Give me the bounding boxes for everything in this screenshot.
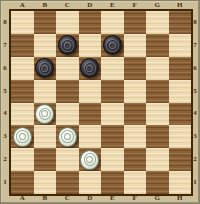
square-b2[interactable] [34,148,57,171]
square-a7[interactable] [11,34,34,57]
checkers-board: ABCDEFGH ABCDEFGH 87654321 87654321 [0,0,200,204]
square-h4[interactable] [169,103,192,126]
square-a8[interactable] [11,11,34,34]
black-checker[interactable] [58,35,77,55]
file-label: B [34,1,57,9]
file-label: F [124,1,147,9]
white-checker[interactable] [35,104,54,124]
file-label: H [169,1,192,9]
square-e5[interactable] [101,80,124,103]
square-g5[interactable] [146,80,169,103]
square-d7[interactable] [79,34,102,57]
square-c4[interactable] [56,103,79,126]
square-d5[interactable] [79,80,102,103]
square-b8[interactable] [34,11,57,34]
square-a4[interactable] [11,103,34,126]
file-labels-top: ABCDEFGH [11,1,191,9]
file-label: C [56,1,79,9]
square-c1[interactable] [56,171,79,194]
square-h7[interactable] [169,34,192,57]
black-checker[interactable] [80,58,99,78]
rank-label: 2 [1,148,9,171]
square-f8[interactable] [124,11,147,34]
rank-label: 5 [1,80,9,103]
square-b3[interactable] [34,125,57,148]
square-b4[interactable] [34,103,57,126]
square-e2[interactable] [101,148,124,171]
file-label: A [11,1,34,9]
square-a6[interactable] [11,57,34,80]
square-e6[interactable] [101,57,124,80]
square-f6[interactable] [124,57,147,80]
square-b7[interactable] [34,34,57,57]
square-a5[interactable] [11,80,34,103]
square-g7[interactable] [146,34,169,57]
square-h6[interactable] [169,57,192,80]
checker-inner-ring [64,42,71,49]
rank-label: 3 [1,125,9,148]
square-e8[interactable] [101,11,124,34]
square-g1[interactable] [146,171,169,194]
file-label: D [79,1,102,9]
square-c5[interactable] [56,80,79,103]
square-d6[interactable] [79,57,102,80]
rank-label: 7 [1,34,9,57]
checker-inner-ring [109,42,116,49]
square-f2[interactable] [124,148,147,171]
board-grid [11,11,191,194]
file-label: G [146,1,169,9]
square-f3[interactable] [124,125,147,148]
square-f5[interactable] [124,80,147,103]
board-border [9,9,193,196]
square-e4[interactable] [101,103,124,126]
square-d4[interactable] [79,103,102,126]
square-g3[interactable] [146,125,169,148]
square-f1[interactable] [124,171,147,194]
black-checker[interactable] [35,58,54,78]
file-label: E [101,1,124,9]
square-c6[interactable] [56,57,79,80]
square-g8[interactable] [146,11,169,34]
square-a1[interactable] [11,171,34,194]
white-checker[interactable] [13,127,32,147]
square-b1[interactable] [34,171,57,194]
square-b6[interactable] [34,57,57,80]
rank-label: 1 [1,171,9,194]
square-e1[interactable] [101,171,124,194]
square-g6[interactable] [146,57,169,80]
rank-label: 4 [1,103,9,126]
square-h8[interactable] [169,11,192,34]
square-d2[interactable] [79,148,102,171]
square-b5[interactable] [34,80,57,103]
square-d1[interactable] [79,171,102,194]
square-h2[interactable] [169,148,192,171]
square-c7[interactable] [56,34,79,57]
checker-inner-ring [41,65,48,72]
square-g2[interactable] [146,148,169,171]
square-f7[interactable] [124,34,147,57]
rank-label: 8 [1,11,9,34]
square-e3[interactable] [101,125,124,148]
rank-labels-left: 87654321 [1,11,9,194]
square-e7[interactable] [101,34,124,57]
square-a2[interactable] [11,148,34,171]
checker-inner-ring [86,65,93,72]
square-c2[interactable] [56,148,79,171]
square-h5[interactable] [169,80,192,103]
square-g4[interactable] [146,103,169,126]
square-c8[interactable] [56,11,79,34]
square-h1[interactable] [169,171,192,194]
square-d3[interactable] [79,125,102,148]
square-a3[interactable] [11,125,34,148]
white-checker[interactable] [80,150,99,170]
square-h3[interactable] [169,125,192,148]
square-d8[interactable] [79,11,102,34]
white-checker[interactable] [58,127,77,147]
black-checker[interactable] [103,35,122,55]
square-f4[interactable] [124,103,147,126]
rank-label: 6 [1,57,9,80]
square-c3[interactable] [56,125,79,148]
